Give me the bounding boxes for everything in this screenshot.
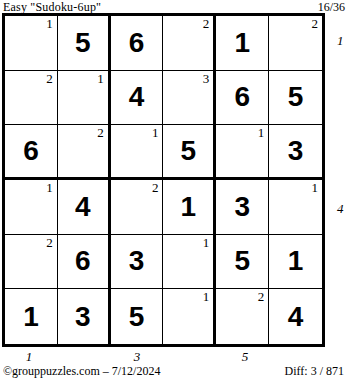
- copyright-text: ©grouppuzzles.com – 7/12/2024: [3, 364, 160, 379]
- corner-mark: 1: [97, 72, 104, 85]
- col-label-5: 5: [242, 349, 249, 365]
- col-label-1: 1: [26, 349, 33, 365]
- cell-value: 6: [234, 83, 250, 111]
- cell-value: 4: [75, 193, 91, 221]
- cell-r3c6[interactable]: 3: [269, 125, 322, 180]
- cell-r2c6[interactable]: 5: [269, 71, 322, 126]
- corner-mark: 2: [97, 126, 104, 139]
- cell-r4c6[interactable]: 1: [269, 180, 322, 235]
- difficulty-text: Diff: 3 / 871: [285, 364, 344, 379]
- cell-r2c3[interactable]: 4: [111, 71, 164, 126]
- cell-r2c4[interactable]: 3: [163, 71, 216, 126]
- cell-value: 3: [288, 137, 304, 165]
- cell-r2c2[interactable]: 1: [58, 71, 111, 126]
- cell-value: 5: [181, 137, 197, 165]
- cell-r6c5[interactable]: 2: [216, 289, 269, 344]
- corner-mark: 2: [152, 181, 159, 194]
- cell-r6c1[interactable]: 1: [5, 289, 58, 344]
- cell-value: 5: [129, 303, 145, 331]
- cell-r6c4[interactable]: 1: [163, 289, 216, 344]
- cell-value: 3: [234, 193, 250, 221]
- cell-value: 6: [75, 247, 91, 275]
- cell-r1c5[interactable]: 1: [216, 16, 269, 71]
- sudoku-board: 156212214365621513142131263151135124: [2, 13, 325, 347]
- corner-mark: 2: [46, 72, 53, 85]
- cell-value: 6: [23, 137, 39, 165]
- cell-r6c6[interactable]: 4: [269, 289, 322, 344]
- corner-mark: 1: [46, 17, 53, 30]
- row-label-1: 1: [337, 33, 344, 49]
- row-label-4: 4: [337, 201, 344, 217]
- cell-r1c4[interactable]: 2: [163, 16, 216, 71]
- cell-r5c1[interactable]: 2: [5, 235, 58, 290]
- corner-mark: 1: [311, 181, 318, 194]
- corner-mark: 2: [203, 17, 210, 30]
- corner-mark: 1: [152, 126, 159, 139]
- cell-r1c1[interactable]: 1: [5, 16, 58, 71]
- cell-r2c1[interactable]: 2: [5, 71, 58, 126]
- cell-r3c1[interactable]: 6: [5, 125, 58, 180]
- corner-mark: 1: [46, 181, 53, 194]
- corner-mark: 2: [46, 236, 53, 249]
- cell-value: 4: [288, 303, 304, 331]
- cell-r4c3[interactable]: 2: [111, 180, 164, 235]
- cell-value: 1: [181, 193, 197, 221]
- corner-mark: 1: [203, 290, 210, 303]
- cell-r5c5[interactable]: 5: [216, 235, 269, 290]
- corner-mark: 2: [258, 290, 265, 303]
- col-label-3: 3: [134, 349, 141, 365]
- cell-value: 6: [129, 29, 145, 57]
- cell-r5c2[interactable]: 6: [58, 235, 111, 290]
- cell-value: 5: [75, 29, 91, 57]
- corner-mark: 2: [311, 17, 318, 30]
- cell-r4c5[interactable]: 3: [216, 180, 269, 235]
- cell-value: 5: [288, 83, 304, 111]
- cell-r4c2[interactable]: 4: [58, 180, 111, 235]
- corner-mark: 1: [203, 236, 210, 249]
- cell-value: 3: [75, 303, 91, 331]
- cell-value: 3: [129, 247, 145, 275]
- cell-value: 4: [129, 83, 145, 111]
- puzzle-page: Easy "Sudoku-6up" 16/36 1562122143656215…: [0, 0, 347, 381]
- cell-r1c6[interactable]: 2: [269, 16, 322, 71]
- cell-r3c4[interactable]: 5: [163, 125, 216, 180]
- cell-r1c2[interactable]: 5: [58, 16, 111, 71]
- cell-r4c4[interactable]: 1: [163, 180, 216, 235]
- cell-value: 1: [234, 29, 250, 57]
- cell-value: 1: [23, 303, 39, 331]
- cell-r3c5[interactable]: 1: [216, 125, 269, 180]
- cell-r6c3[interactable]: 5: [111, 289, 164, 344]
- cell-r3c2[interactable]: 2: [58, 125, 111, 180]
- cell-r5c4[interactable]: 1: [163, 235, 216, 290]
- cell-r3c3[interactable]: 1: [111, 125, 164, 180]
- cell-r4c1[interactable]: 1: [5, 180, 58, 235]
- corner-mark: 3: [203, 72, 210, 85]
- cell-r5c6[interactable]: 1: [269, 235, 322, 290]
- cell-value: 1: [288, 247, 304, 275]
- cell-r6c2[interactable]: 3: [58, 289, 111, 344]
- cell-value: 5: [234, 247, 250, 275]
- cell-r2c5[interactable]: 6: [216, 71, 269, 126]
- cell-r1c3[interactable]: 6: [111, 16, 164, 71]
- corner-mark: 1: [258, 126, 265, 139]
- cell-r5c3[interactable]: 3: [111, 235, 164, 290]
